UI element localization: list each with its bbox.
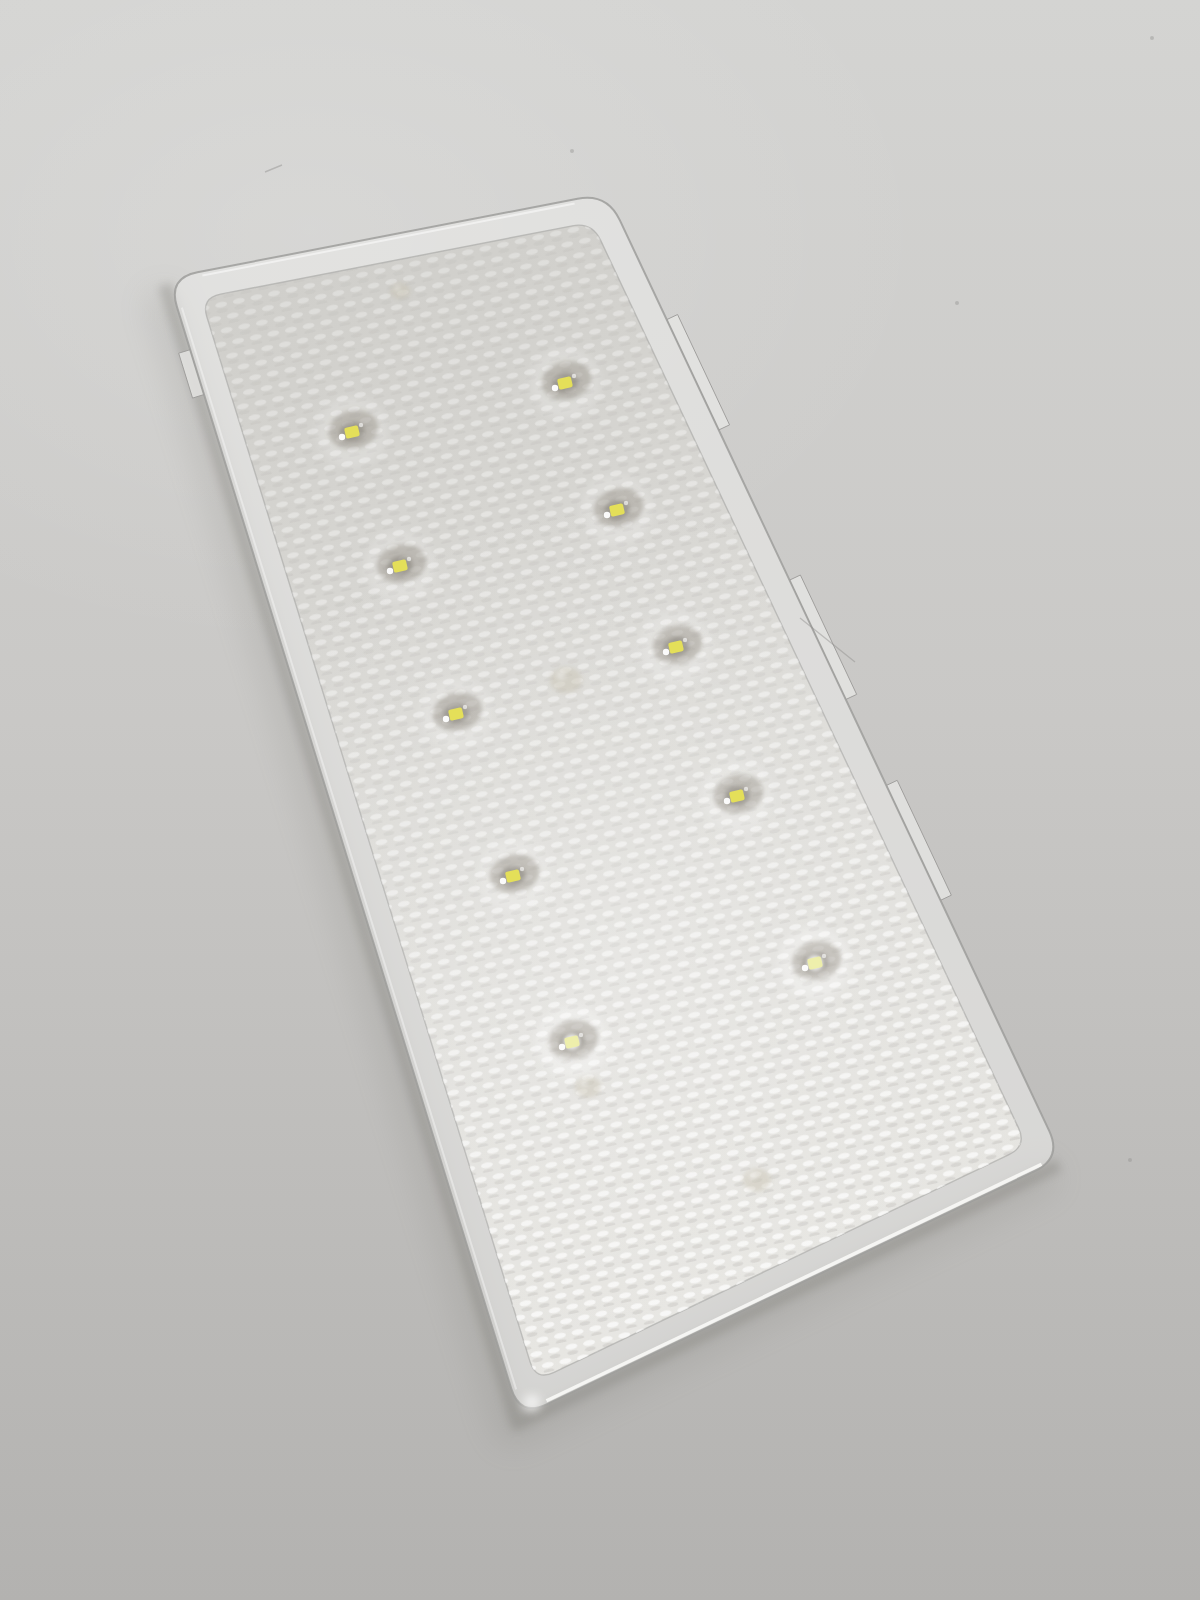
dome-body: [390, 283, 410, 299]
dome-highlight: [394, 285, 400, 291]
led-glint: [559, 1044, 565, 1050]
led-glint: [463, 705, 467, 709]
led-glint: [579, 1033, 583, 1037]
led: [420, 678, 492, 750]
corner-glint: [523, 1394, 541, 1412]
dust-speck: [955, 301, 959, 305]
led: [529, 347, 601, 419]
led: [536, 1006, 608, 1078]
unlit-dome: [390, 283, 410, 299]
led-glint: [624, 501, 628, 505]
led: [779, 927, 851, 999]
unlit-dome: [550, 667, 582, 693]
led-glint: [500, 878, 506, 884]
led-lens-product-photo: [0, 0, 1200, 1600]
led-glint: [604, 512, 610, 518]
led: [316, 396, 388, 468]
dust-speck: [570, 149, 574, 153]
led: [364, 530, 436, 602]
dome-highlight: [580, 1079, 588, 1087]
led-glint: [822, 954, 826, 958]
led-glint: [339, 434, 345, 440]
led-glint: [387, 568, 393, 574]
led-glint: [724, 798, 730, 804]
dome-body: [575, 1076, 601, 1097]
led-glint: [359, 423, 363, 427]
led-glint: [663, 649, 669, 655]
dust-speck: [1128, 1158, 1132, 1162]
unlit-dome: [575, 1076, 601, 1097]
led-glint: [443, 716, 449, 722]
dome-body: [550, 667, 582, 693]
led: [477, 840, 549, 912]
led-glint: [572, 374, 576, 378]
led-glint: [802, 965, 808, 971]
unlit-dome: [743, 1169, 771, 1192]
led-glint: [744, 787, 748, 791]
led-glint: [407, 557, 411, 561]
led-glint: [520, 867, 524, 871]
led: [701, 760, 773, 832]
dome-highlight: [556, 670, 566, 680]
photo-stage: [0, 0, 1200, 1600]
led: [640, 611, 712, 683]
dome-highlight: [749, 1172, 757, 1180]
dome-body: [743, 1169, 771, 1192]
led-glint: [552, 385, 558, 391]
led: [581, 474, 653, 546]
dust-speck: [1150, 36, 1154, 40]
led-glint: [683, 638, 687, 642]
